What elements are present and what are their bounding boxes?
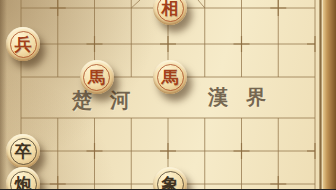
piece-glyph: 象 <box>162 176 179 190</box>
board-grid <box>0 0 336 189</box>
xiangqi-board[interactable]: 楚河 漢界 相兵馬馬卒炮象 <box>0 0 336 189</box>
piece-red-soldier[interactable]: 兵 <box>6 27 40 61</box>
piece-glyph: 兵 <box>15 36 32 53</box>
piece-black-soldier[interactable]: 卒 <box>6 134 40 168</box>
piece-glyph: 炮 <box>15 176 32 190</box>
piece-glyph: 馬 <box>162 69 179 86</box>
piece-red-horse[interactable]: 馬 <box>80 60 114 94</box>
river-label-han: 漢界 <box>208 84 284 111</box>
piece-red-horse[interactable]: 馬 <box>153 60 187 94</box>
river-label-chu: 楚河 <box>72 87 148 114</box>
wooden-frame-right <box>323 0 336 189</box>
piece-glyph: 卒 <box>15 143 32 160</box>
piece-glyph: 馬 <box>88 69 105 86</box>
left-edge-shadow <box>0 0 7 189</box>
piece-glyph: 相 <box>162 0 179 17</box>
